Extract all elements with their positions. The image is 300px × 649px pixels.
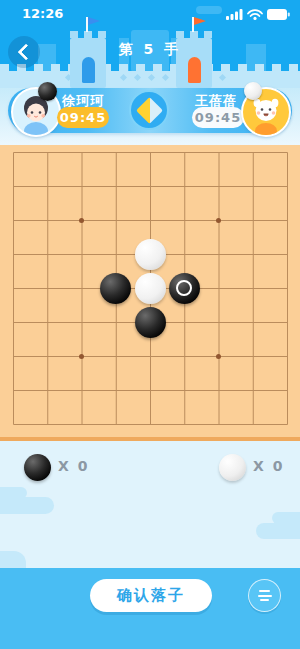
tower-door-blue: [82, 57, 95, 83]
hamburger-icon: [258, 595, 272, 597]
black-stone-last-move: [169, 273, 200, 304]
black-stone: [100, 273, 131, 304]
cloud-icon: [0, 551, 26, 568]
cloud-icon: [196, 6, 222, 14]
turn-indicator: [129, 90, 169, 130]
white-stone-badge-icon: [244, 82, 262, 100]
turn-diamond-icon: [136, 97, 163, 124]
cloud-icon: [256, 523, 300, 539]
hamburger-icon: [260, 599, 269, 601]
white-stone: [135, 239, 166, 270]
tower-door-orange: [188, 57, 201, 83]
star-point: [216, 354, 221, 359]
white-capture-stone-icon: [219, 454, 246, 481]
menu-button[interactable]: [248, 579, 281, 612]
header: 第 5 手 12:26: [0, 0, 300, 88]
star-point: [79, 218, 84, 223]
star-point: [216, 218, 221, 223]
cloud-icon: [0, 497, 54, 514]
status-icons: [226, 9, 290, 20]
white-player-timer: 09:45: [192, 107, 244, 128]
black-stone-badge-icon: [38, 82, 57, 101]
white-stone: [135, 273, 166, 304]
blue-flag-icon: [88, 17, 100, 25]
signal-icon: [226, 9, 243, 20]
board-grid[interactable]: [0, 135, 300, 441]
wifi-icon: [247, 9, 263, 20]
capture-panel: X 0 X 0: [0, 441, 300, 568]
black-capture-count: X 0: [58, 458, 89, 474]
black-stone: [135, 307, 166, 338]
battery-icon: [267, 9, 290, 20]
hamburger-icon: [259, 590, 270, 592]
black-player-timer: 09:45: [57, 107, 109, 128]
bottom-action-bar: 确认落子: [0, 568, 300, 649]
app-screen: 第 5 手 12:26: [0, 0, 300, 649]
star-point: [79, 354, 84, 359]
status-time: 12:26: [22, 6, 63, 21]
go-board: [0, 145, 300, 441]
move-number-title: 第 5 手: [0, 41, 300, 59]
confirm-move-button[interactable]: 确认落子: [90, 579, 212, 612]
white-capture-count: X 0: [253, 458, 284, 474]
black-capture-stone-icon: [24, 454, 51, 481]
orange-flag-icon: [194, 17, 206, 25]
